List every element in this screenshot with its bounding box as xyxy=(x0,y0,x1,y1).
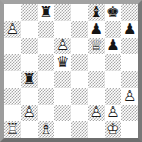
square-b1[interactable] xyxy=(21,121,38,138)
square-a8[interactable] xyxy=(4,4,21,21)
square-e7[interactable] xyxy=(71,21,88,38)
square-c5[interactable] xyxy=(38,54,55,71)
square-d4[interactable] xyxy=(54,71,71,88)
square-f6[interactable]: ♛♕ xyxy=(88,38,105,55)
square-c7[interactable] xyxy=(38,21,55,38)
square-a2[interactable] xyxy=(4,105,21,122)
square-e8[interactable] xyxy=(71,4,88,21)
square-g1[interactable]: ♚♔ xyxy=(105,121,122,138)
square-b7[interactable] xyxy=(21,21,38,38)
black-pawn: ♟ xyxy=(105,38,122,55)
square-h7[interactable]: ♟ xyxy=(121,21,138,38)
square-c3[interactable] xyxy=(38,88,55,105)
square-h5[interactable] xyxy=(121,54,138,71)
square-b3[interactable] xyxy=(21,88,38,105)
black-pawn: ♟ xyxy=(88,21,105,38)
white-bishop: ♝♗ xyxy=(38,121,55,138)
square-a3[interactable] xyxy=(4,88,21,105)
square-d2[interactable] xyxy=(54,105,71,122)
black-bishop: ♝ xyxy=(88,4,105,21)
square-h2[interactable] xyxy=(121,105,138,122)
square-a6[interactable] xyxy=(4,38,21,55)
square-a7[interactable]: ♟♙ xyxy=(4,21,21,38)
square-b8[interactable] xyxy=(21,4,38,21)
black-queen: ♛ xyxy=(54,54,71,71)
square-a4[interactable] xyxy=(4,71,21,88)
white-pawn: ♟♙ xyxy=(105,105,122,122)
black-king: ♚ xyxy=(105,4,122,21)
square-d8[interactable] xyxy=(54,4,71,21)
black-rook: ♜ xyxy=(21,71,38,88)
square-g7[interactable] xyxy=(105,21,122,38)
square-b4[interactable]: ♜ xyxy=(21,71,38,88)
white-king: ♚♔ xyxy=(105,121,122,138)
square-h8[interactable] xyxy=(121,4,138,21)
square-e3[interactable] xyxy=(71,88,88,105)
square-g6[interactable]: ♟ xyxy=(105,38,122,55)
square-d6[interactable]: ♟♙ xyxy=(54,38,71,55)
square-d3[interactable] xyxy=(54,88,71,105)
square-c6[interactable] xyxy=(38,38,55,55)
square-g2[interactable]: ♟♙ xyxy=(105,105,122,122)
square-e1[interactable] xyxy=(71,121,88,138)
white-pawn: ♟♙ xyxy=(21,105,38,122)
square-d5[interactable]: ♛ xyxy=(54,54,71,71)
chess-board: ♜♝♚♟♙♟♟♟♙♛♕♟♛♜♟♙♟♙♟♙♟♙♜♖♝♗♚♔ xyxy=(0,0,142,142)
square-e6[interactable] xyxy=(71,38,88,55)
square-e5[interactable] xyxy=(71,54,88,71)
square-g4[interactable] xyxy=(105,71,122,88)
square-b5[interactable] xyxy=(21,54,38,71)
black-rook: ♜ xyxy=(38,4,55,21)
square-c4[interactable] xyxy=(38,71,55,88)
square-h6[interactable] xyxy=(121,38,138,55)
square-c2[interactable] xyxy=(38,105,55,122)
square-h1[interactable] xyxy=(121,121,138,138)
square-g3[interactable] xyxy=(105,88,122,105)
square-a1[interactable]: ♜♖ xyxy=(4,121,21,138)
square-b6[interactable] xyxy=(21,38,38,55)
white-pawn: ♟♙ xyxy=(4,21,21,38)
square-d1[interactable] xyxy=(54,121,71,138)
white-pawn: ♟♙ xyxy=(54,38,71,55)
white-pawn: ♟♙ xyxy=(121,88,138,105)
white-rook: ♜♖ xyxy=(4,121,21,138)
square-g8[interactable]: ♚ xyxy=(105,4,122,21)
square-h4[interactable] xyxy=(121,71,138,88)
square-f7[interactable]: ♟ xyxy=(88,21,105,38)
square-b2[interactable]: ♟♙ xyxy=(21,105,38,122)
square-e2[interactable] xyxy=(71,105,88,122)
white-pawn: ♟♙ xyxy=(88,105,105,122)
white-queen: ♛♕ xyxy=(88,38,105,55)
square-g5[interactable] xyxy=(105,54,122,71)
square-f4[interactable] xyxy=(88,71,105,88)
square-d7[interactable] xyxy=(54,21,71,38)
square-f5[interactable] xyxy=(88,54,105,71)
square-f8[interactable]: ♝ xyxy=(88,4,105,21)
black-pawn: ♟ xyxy=(121,21,138,38)
square-c8[interactable]: ♜ xyxy=(38,4,55,21)
square-f3[interactable] xyxy=(88,88,105,105)
square-h3[interactable]: ♟♙ xyxy=(121,88,138,105)
square-c1[interactable]: ♝♗ xyxy=(38,121,55,138)
square-f2[interactable]: ♟♙ xyxy=(88,105,105,122)
square-f1[interactable] xyxy=(88,121,105,138)
square-a5[interactable] xyxy=(4,54,21,71)
square-e4[interactable] xyxy=(71,71,88,88)
